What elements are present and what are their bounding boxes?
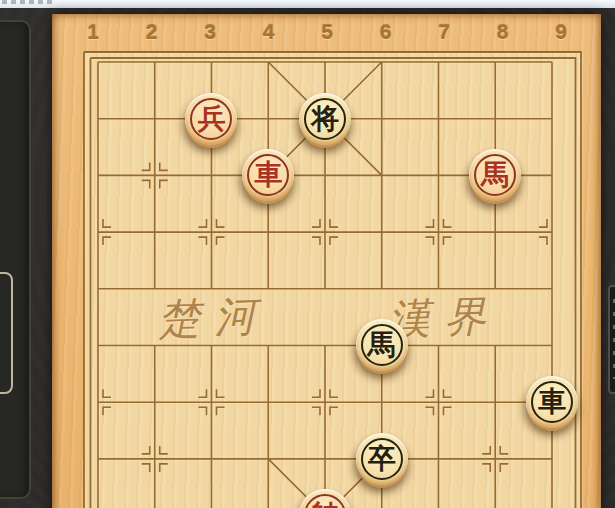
piece-character: 兵	[197, 100, 225, 138]
piece-black-general[interactable]: 将	[299, 93, 351, 145]
piece-layer: 兵将車馬馬車卒帥	[70, 34, 581, 508]
piece-character: 卒	[368, 440, 396, 478]
piece-character: 将	[311, 100, 339, 138]
piece-black-chariot[interactable]: 車	[526, 376, 578, 428]
piece-red-horse[interactable]: 馬	[469, 149, 521, 201]
left-panel-button[interactable]	[0, 272, 13, 394]
xiangqi-board: 123456789 楚河 漢界 兵将車馬馬車卒帥	[52, 14, 601, 508]
piece-character: 車	[538, 383, 566, 421]
piece-character: 馬	[481, 156, 509, 194]
app-screen: 123456789 楚河 漢界 兵将車馬馬車卒帥	[0, 0, 615, 508]
right-side-panel	[608, 285, 615, 394]
piece-red-soldier[interactable]: 兵	[185, 93, 237, 145]
piece-red-chariot[interactable]: 車	[242, 149, 294, 201]
piece-character: 帥	[311, 496, 339, 508]
piece-black-soldier[interactable]: 卒	[356, 433, 408, 485]
left-side-panel	[0, 20, 31, 499]
window-chrome-strip	[0, 0, 615, 8]
piece-black-horse[interactable]: 馬	[356, 319, 408, 371]
piece-red-general[interactable]: 帥	[299, 489, 351, 508]
piece-character: 馬	[368, 326, 396, 364]
piece-character: 車	[254, 156, 282, 194]
